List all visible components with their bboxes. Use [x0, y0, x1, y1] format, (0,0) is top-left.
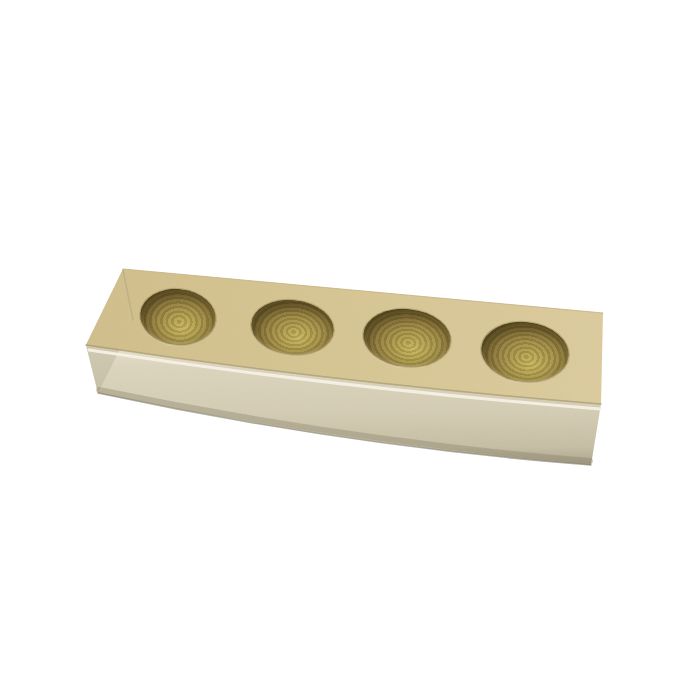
board-photo: [0, 0, 700, 700]
wooden-block-illustration: [0, 0, 700, 700]
